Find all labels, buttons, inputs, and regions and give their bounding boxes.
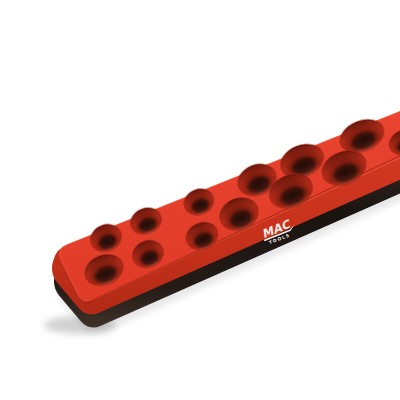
socket-tray-image: MACTOOLS	[40, 16, 400, 400]
product-photo: MACTOOLS Magnetic socket organizer tray	[40, 16, 400, 400]
